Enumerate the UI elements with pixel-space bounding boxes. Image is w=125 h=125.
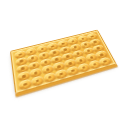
swirl-pastry — [31, 75, 45, 87]
pastry-tray — [10, 30, 117, 95]
swirl-pastry — [98, 57, 112, 67]
photo-background — [0, 0, 125, 125]
